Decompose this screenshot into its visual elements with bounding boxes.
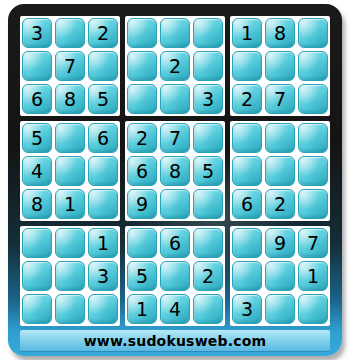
sudoku-cell-r5c4[interactable]: 6 [127, 156, 157, 186]
sudoku-cell-r6c4[interactable]: 9 [127, 189, 157, 219]
sudoku-cell-r1c8[interactable]: 8 [265, 18, 295, 48]
sudoku-cell-r5c8[interactable] [265, 156, 295, 186]
sudoku-cell-r4c9[interactable] [298, 123, 328, 153]
sudoku-cell-r2c8[interactable] [265, 51, 295, 81]
sudoku-cell-r8c7[interactable] [232, 261, 262, 291]
sudoku-box-8: 65214 [125, 226, 225, 326]
sudoku-cell-r9c1[interactable] [22, 294, 52, 324]
sudoku-cell-r9c8[interactable] [265, 294, 295, 324]
sudoku-cell-r2c6[interactable] [193, 51, 223, 81]
sudoku-cell-r9c9[interactable] [298, 294, 328, 324]
sudoku-cell-r1c6[interactable] [193, 18, 223, 48]
sudoku-cell-r3c6[interactable]: 3 [193, 84, 223, 114]
sudoku-cell-r5c7[interactable] [232, 156, 262, 186]
board-frame: 327685231827564812768596213652149713 www… [8, 4, 342, 356]
sudoku-cell-r9c5[interactable]: 4 [160, 294, 190, 324]
sudoku-cell-r6c1[interactable]: 8 [22, 189, 52, 219]
sudoku-cell-r7c3[interactable]: 1 [88, 228, 118, 258]
sudoku-box-9: 9713 [230, 226, 330, 326]
sudoku-cell-r8c4[interactable]: 5 [127, 261, 157, 291]
sudoku-cell-r8c6[interactable]: 2 [193, 261, 223, 291]
sudoku-cell-r1c9[interactable] [298, 18, 328, 48]
sudoku-cell-r6c7[interactable]: 6 [232, 189, 262, 219]
sudoku-box-2: 23 [125, 16, 225, 116]
sudoku-cell-r3c8[interactable]: 7 [265, 84, 295, 114]
sudoku-cell-r9c2[interactable] [55, 294, 85, 324]
sudoku-cell-r5c6[interactable]: 5 [193, 156, 223, 186]
sudoku-grid: 327685231827564812768596213652149713 [20, 16, 330, 326]
sudoku-cell-r3c2[interactable]: 8 [55, 84, 85, 114]
sudoku-cell-r3c4[interactable] [127, 84, 157, 114]
sudoku-cell-r6c5[interactable] [160, 189, 190, 219]
sudoku-cell-r1c7[interactable]: 1 [232, 18, 262, 48]
sudoku-cell-r1c3[interactable]: 2 [88, 18, 118, 48]
sudoku-cell-r5c5[interactable]: 8 [160, 156, 190, 186]
sudoku-cell-r5c1[interactable]: 4 [22, 156, 52, 186]
sudoku-cell-r4c6[interactable] [193, 123, 223, 153]
sudoku-cell-r4c4[interactable]: 2 [127, 123, 157, 153]
sudoku-cell-r9c6[interactable] [193, 294, 223, 324]
sudoku-cell-r2c9[interactable] [298, 51, 328, 81]
sudoku-cell-r6c9[interactable] [298, 189, 328, 219]
sudoku-box-6: 62 [230, 121, 330, 221]
sudoku-cell-r7c8[interactable]: 9 [265, 228, 295, 258]
sudoku-cell-r4c3[interactable]: 6 [88, 123, 118, 153]
sudoku-cell-r7c1[interactable] [22, 228, 52, 258]
sudoku-cell-r7c6[interactable] [193, 228, 223, 258]
sudoku-cell-r3c7[interactable]: 2 [232, 84, 262, 114]
sudoku-cell-r8c1[interactable] [22, 261, 52, 291]
sudoku-cell-r9c7[interactable]: 3 [232, 294, 262, 324]
sudoku-cell-r3c3[interactable]: 5 [88, 84, 118, 114]
sudoku-cell-r6c2[interactable]: 1 [55, 189, 85, 219]
sudoku-cell-r7c5[interactable]: 6 [160, 228, 190, 258]
sudoku-cell-r1c4[interactable] [127, 18, 157, 48]
sudoku-cell-r8c3[interactable]: 3 [88, 261, 118, 291]
sudoku-cell-r2c4[interactable] [127, 51, 157, 81]
sudoku-cell-r7c7[interactable] [232, 228, 262, 258]
sudoku-cell-r2c1[interactable] [22, 51, 52, 81]
sudoku-cell-r8c9[interactable]: 1 [298, 261, 328, 291]
sudoku-cell-r6c3[interactable] [88, 189, 118, 219]
sudoku-cell-r6c6[interactable] [193, 189, 223, 219]
sudoku-box-7: 13 [20, 226, 120, 326]
sudoku-cell-r4c7[interactable] [232, 123, 262, 153]
sudoku-cell-r9c3[interactable] [88, 294, 118, 324]
sudoku-cell-r4c1[interactable]: 5 [22, 123, 52, 153]
site-url: www.sudokusweb.com [84, 333, 267, 349]
footer-bar: www.sudokusweb.com [20, 330, 330, 352]
sudoku-cell-r8c5[interactable] [160, 261, 190, 291]
sudoku-cell-r3c1[interactable]: 6 [22, 84, 52, 114]
sudoku-cell-r1c2[interactable] [55, 18, 85, 48]
sudoku-cell-r6c8[interactable]: 2 [265, 189, 295, 219]
sudoku-cell-r4c5[interactable]: 7 [160, 123, 190, 153]
sudoku-cell-r1c5[interactable] [160, 18, 190, 48]
sudoku-cell-r7c2[interactable] [55, 228, 85, 258]
sudoku-cell-r8c8[interactable] [265, 261, 295, 291]
sudoku-cell-r2c3[interactable] [88, 51, 118, 81]
sudoku-box-5: 276859 [125, 121, 225, 221]
sudoku-cell-r7c4[interactable] [127, 228, 157, 258]
sudoku-cell-r3c9[interactable] [298, 84, 328, 114]
sudoku-cell-r2c2[interactable]: 7 [55, 51, 85, 81]
sudoku-cell-r9c4[interactable]: 1 [127, 294, 157, 324]
sudoku-cell-r2c7[interactable] [232, 51, 262, 81]
sudoku-cell-r5c2[interactable] [55, 156, 85, 186]
sudoku-cell-r4c8[interactable] [265, 123, 295, 153]
sudoku-cell-r5c9[interactable] [298, 156, 328, 186]
sudoku-cell-r1c1[interactable]: 3 [22, 18, 52, 48]
sudoku-cell-r3c5[interactable] [160, 84, 190, 114]
sudoku-box-3: 1827 [230, 16, 330, 116]
sudoku-box-4: 56481 [20, 121, 120, 221]
sudoku-cell-r2c5[interactable]: 2 [160, 51, 190, 81]
sudoku-cell-r5c3[interactable] [88, 156, 118, 186]
sudoku-cell-r4c2[interactable] [55, 123, 85, 153]
sudoku-cell-r8c2[interactable] [55, 261, 85, 291]
sudoku-box-1: 327685 [20, 16, 120, 116]
sudoku-cell-r7c9[interactable]: 7 [298, 228, 328, 258]
